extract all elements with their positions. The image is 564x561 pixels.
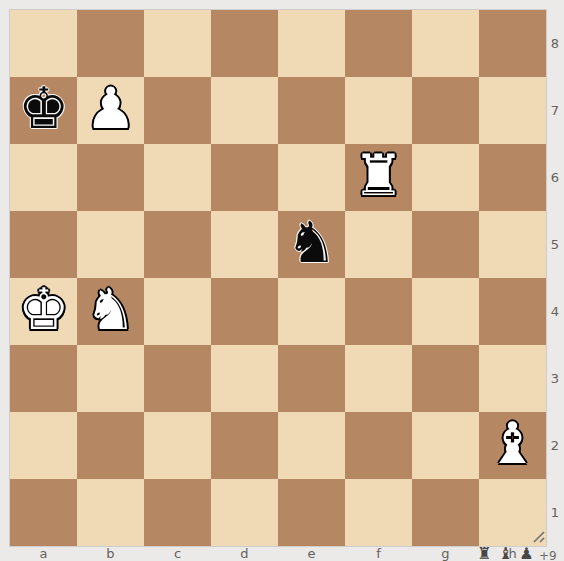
- square-d8[interactable]: [211, 10, 278, 77]
- square-d2[interactable]: [211, 412, 278, 479]
- square-c6[interactable]: [144, 144, 211, 211]
- black-king[interactable]: ♚: [18, 75, 69, 142]
- rank-label-1: 1: [546, 479, 564, 546]
- square-c4[interactable]: [144, 278, 211, 345]
- square-e5[interactable]: ♞: [278, 211, 345, 278]
- rank-label-3: 3: [546, 345, 564, 412]
- square-f1[interactable]: [345, 479, 412, 546]
- square-e7[interactable]: [278, 77, 345, 144]
- square-a7[interactable]: ♚: [10, 77, 77, 144]
- square-c3[interactable]: [144, 345, 211, 412]
- square-d5[interactable]: [211, 211, 278, 278]
- square-e8[interactable]: [278, 10, 345, 77]
- file-label-b: b: [77, 546, 144, 561]
- square-h2[interactable]: ♝: [479, 412, 546, 479]
- file-label-d: d: [211, 546, 278, 561]
- file-label-c: c: [144, 546, 211, 561]
- square-f4[interactable]: [345, 278, 412, 345]
- square-h5[interactable]: [479, 211, 546, 278]
- file-label-f: f: [345, 546, 412, 561]
- square-d4[interactable]: [211, 278, 278, 345]
- square-a1[interactable]: [10, 479, 77, 546]
- square-b3[interactable]: [77, 345, 144, 412]
- file-coordinates: abcdefgh: [10, 546, 546, 561]
- square-a5[interactable]: [10, 211, 77, 278]
- resize-grip-icon: [531, 529, 546, 544]
- square-d6[interactable]: [211, 144, 278, 211]
- square-e1[interactable]: [278, 479, 345, 546]
- square-g1[interactable]: [412, 479, 479, 546]
- square-c7[interactable]: [144, 77, 211, 144]
- square-c5[interactable]: [144, 211, 211, 278]
- file-label-e: e: [278, 546, 345, 561]
- white-king[interactable]: ♚: [18, 276, 69, 343]
- square-b5[interactable]: [77, 211, 144, 278]
- square-c2[interactable]: [144, 412, 211, 479]
- file-label-g: g: [412, 546, 479, 561]
- square-g2[interactable]: [412, 412, 479, 479]
- square-e4[interactable]: [278, 278, 345, 345]
- square-e3[interactable]: [278, 345, 345, 412]
- rank-label-4: 4: [546, 278, 564, 345]
- file-label-h: h: [479, 546, 546, 561]
- square-b4[interactable]: ♞: [77, 278, 144, 345]
- square-a6[interactable]: [10, 144, 77, 211]
- square-f6[interactable]: ♜: [345, 144, 412, 211]
- square-b6[interactable]: [77, 144, 144, 211]
- rank-label-5: 5: [546, 211, 564, 278]
- square-f7[interactable]: [345, 77, 412, 144]
- square-h4[interactable]: [479, 278, 546, 345]
- square-a4[interactable]: ♚: [10, 278, 77, 345]
- white-knight[interactable]: ♞: [85, 276, 136, 343]
- rank-label-2: 2: [546, 412, 564, 479]
- chess-board-widget: ♚♟♜♞♚♞♝ 87654321 abcdefgh ♜♝♟+9: [0, 0, 564, 561]
- square-h6[interactable]: [479, 144, 546, 211]
- square-e6[interactable]: [278, 144, 345, 211]
- square-g7[interactable]: [412, 77, 479, 144]
- square-f2[interactable]: [345, 412, 412, 479]
- square-g4[interactable]: [412, 278, 479, 345]
- square-d7[interactable]: [211, 77, 278, 144]
- square-g6[interactable]: [412, 144, 479, 211]
- square-h8[interactable]: [479, 10, 546, 77]
- square-d3[interactable]: [211, 345, 278, 412]
- square-d1[interactable]: [211, 479, 278, 546]
- rank-label-8: 8: [546, 10, 564, 77]
- board-resize-handle[interactable]: [531, 529, 546, 544]
- square-c8[interactable]: [144, 10, 211, 77]
- rank-coordinates: 87654321: [546, 10, 564, 546]
- square-h7[interactable]: [479, 77, 546, 144]
- white-pawn[interactable]: ♟: [85, 75, 136, 142]
- square-c1[interactable]: [144, 479, 211, 546]
- square-f5[interactable]: [345, 211, 412, 278]
- rank-label-7: 7: [546, 77, 564, 144]
- square-f3[interactable]: [345, 345, 412, 412]
- square-b7[interactable]: ♟: [77, 77, 144, 144]
- file-label-a: a: [10, 546, 77, 561]
- square-a2[interactable]: [10, 412, 77, 479]
- white-rook[interactable]: ♜: [353, 142, 404, 209]
- square-a8[interactable]: [10, 10, 77, 77]
- chess-board: ♚♟♜♞♚♞♝: [10, 10, 546, 546]
- black-knight[interactable]: ♞: [286, 209, 337, 276]
- square-g8[interactable]: [412, 10, 479, 77]
- square-a3[interactable]: [10, 345, 77, 412]
- square-h3[interactable]: [479, 345, 546, 412]
- square-g5[interactable]: [412, 211, 479, 278]
- square-e2[interactable]: [278, 412, 345, 479]
- white-bishop[interactable]: ♝: [487, 410, 538, 477]
- square-g3[interactable]: [412, 345, 479, 412]
- square-f8[interactable]: [345, 10, 412, 77]
- square-b8[interactable]: [77, 10, 144, 77]
- rank-label-6: 6: [546, 144, 564, 211]
- square-b2[interactable]: [77, 412, 144, 479]
- square-b1[interactable]: [77, 479, 144, 546]
